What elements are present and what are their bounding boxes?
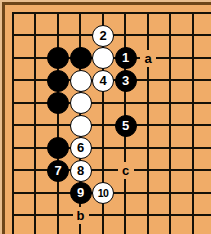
stone-black	[47, 137, 69, 159]
stone-white-move-8: 8	[70, 160, 92, 182]
board-grid-lines	[12, 12, 211, 234]
board-edge-left	[2, 2, 5, 234]
board-edge-top	[2, 2, 211, 5]
go-board-diagram: 21435678910abc	[0, 0, 211, 234]
stone-white-move-4: 4	[92, 70, 114, 92]
stone-black-move-1: 1	[115, 47, 137, 69]
point-label-b: b	[73, 207, 89, 224]
stone-black	[47, 92, 69, 114]
stone-white-move-2: 2	[92, 25, 114, 47]
stone-white	[70, 115, 92, 137]
point-label-a: a	[140, 50, 156, 67]
point-label-c: c	[118, 162, 134, 179]
stone-white	[92, 47, 114, 69]
stone-white-move-10: 10	[92, 182, 114, 204]
stone-black	[47, 70, 69, 92]
stone-white-move-6: 6	[70, 137, 92, 159]
stone-black-move-5: 5	[115, 115, 137, 137]
stone-black	[47, 47, 69, 69]
stone-black	[70, 47, 92, 69]
stone-black-move-7: 7	[47, 160, 69, 182]
stone-white	[70, 92, 92, 114]
stone-white	[70, 70, 92, 92]
stone-black-move-3: 3	[115, 70, 137, 92]
stone-black-move-9: 9	[70, 182, 92, 204]
